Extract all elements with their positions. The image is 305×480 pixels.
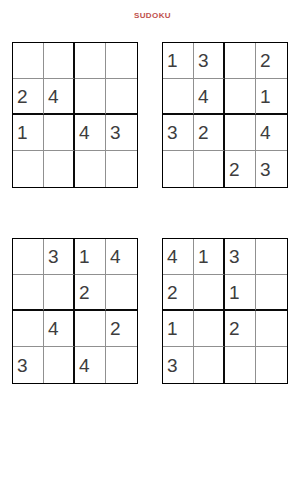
sudoku-0-cell-r3c4: 3 <box>106 115 137 151</box>
sudoku-0-cell-r3c1: 1 <box>13 115 44 151</box>
sudoku-2-cell-r2c1 <box>13 275 44 311</box>
sudoku-2-cell-r3c2: 4 <box>44 311 75 347</box>
sudoku-1-cell-r1c3 <box>225 43 256 79</box>
sudoku-3-cell-r2c3: 1 <box>225 275 256 311</box>
sudoku-0-cell-r3c2 <box>44 115 75 151</box>
sudoku-1-cell-r4c1 <box>163 151 194 187</box>
sudoku-2-cell-r2c3: 2 <box>75 275 106 311</box>
sudoku-grid-top-right: 1324132423 <box>162 42 288 188</box>
sudoku-3-cell-r4c3 <box>225 347 256 383</box>
sudoku-3-cell-r1c2: 1 <box>194 239 225 275</box>
sudoku-2-cell-r1c4: 4 <box>106 239 137 275</box>
sudoku-3-cell-r2c2 <box>194 275 225 311</box>
sudoku-1-cell-r3c3 <box>225 115 256 151</box>
sudoku-2-cell-r3c1 <box>13 311 44 347</box>
sudoku-3-cell-r4c1: 3 <box>163 347 194 383</box>
sudoku-0-cell-r1c2 <box>44 43 75 79</box>
sudoku-1-cell-r4c4: 3 <box>256 151 287 187</box>
sudoku-3-cell-r1c3: 3 <box>225 239 256 275</box>
sudoku-0-cell-r2c1: 2 <box>13 79 44 115</box>
sudoku-2-cell-r4c3: 4 <box>75 347 106 383</box>
sudoku-1-cell-r4c2 <box>194 151 225 187</box>
sudoku-3-cell-r4c2 <box>194 347 225 383</box>
sudoku-3-cell-r1c1: 4 <box>163 239 194 275</box>
sudoku-1-cell-r3c4: 4 <box>256 115 287 151</box>
sudoku-2-cell-r1c1 <box>13 239 44 275</box>
sudoku-1-cell-r2c3 <box>225 79 256 115</box>
sudoku-1-cell-r1c4: 2 <box>256 43 287 79</box>
sudoku-1-cell-r3c1: 3 <box>163 115 194 151</box>
sudoku-0-cell-r1c4 <box>106 43 137 79</box>
sudoku-0-cell-r4c1 <box>13 151 44 187</box>
sudoku-2-cell-r3c4: 2 <box>106 311 137 347</box>
sudoku-0-cell-r4c3 <box>75 151 106 187</box>
sudoku-2-cell-r1c2: 3 <box>44 239 75 275</box>
sudoku-grid-bottom-left: 31424234 <box>12 238 138 384</box>
page-title: SUDOKU <box>0 11 305 20</box>
sudoku-3-cell-r3c3: 2 <box>225 311 256 347</box>
sudoku-2-cell-r3c3 <box>75 311 106 347</box>
sudoku-1-cell-r2c1 <box>163 79 194 115</box>
sudoku-3-cell-r4c4 <box>256 347 287 383</box>
sudoku-2-cell-r4c4 <box>106 347 137 383</box>
sudoku-2-cell-r4c2 <box>44 347 75 383</box>
sudoku-1-cell-r3c2: 2 <box>194 115 225 151</box>
sudoku-1-cell-r1c2: 3 <box>194 43 225 79</box>
sudoku-grid-bottom-right: 41321123 <box>162 238 288 384</box>
sudoku-1-cell-r4c3: 2 <box>225 151 256 187</box>
sudoku-0-cell-r3c3: 4 <box>75 115 106 151</box>
sudoku-3-cell-r1c4 <box>256 239 287 275</box>
sudoku-1-cell-r2c2: 4 <box>194 79 225 115</box>
sudoku-1-cell-r2c4: 1 <box>256 79 287 115</box>
sudoku-2-cell-r1c3: 1 <box>75 239 106 275</box>
sudoku-3-cell-r3c1: 1 <box>163 311 194 347</box>
sudoku-0-cell-r4c2 <box>44 151 75 187</box>
sudoku-grid-top-left: 24143 <box>12 42 138 188</box>
sudoku-1-cell-r1c1: 1 <box>163 43 194 79</box>
sudoku-3-cell-r3c2 <box>194 311 225 347</box>
sudoku-page: { "title": "SUDOKU", "title_color": "#c0… <box>0 0 305 480</box>
sudoku-2-cell-r4c1: 3 <box>13 347 44 383</box>
sudoku-0-cell-r2c4 <box>106 79 137 115</box>
sudoku-0-cell-r2c3 <box>75 79 106 115</box>
sudoku-0-cell-r1c1 <box>13 43 44 79</box>
sudoku-0-cell-r4c4 <box>106 151 137 187</box>
sudoku-0-cell-r1c3 <box>75 43 106 79</box>
sudoku-3-cell-r2c1: 2 <box>163 275 194 311</box>
sudoku-2-cell-r2c4 <box>106 275 137 311</box>
sudoku-0-cell-r2c2: 4 <box>44 79 75 115</box>
sudoku-3-cell-r3c4 <box>256 311 287 347</box>
sudoku-2-cell-r2c2 <box>44 275 75 311</box>
sudoku-3-cell-r2c4 <box>256 275 287 311</box>
